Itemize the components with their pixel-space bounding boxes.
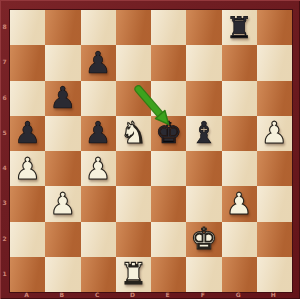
rank-label-4: 4	[0, 150, 9, 185]
square-e7[interactable]	[151, 45, 186, 80]
square-c1[interactable]	[81, 257, 116, 292]
square-f5[interactable]: ♝	[186, 116, 221, 151]
white-pawn-b3[interactable]: ♟	[49, 189, 76, 219]
square-c8[interactable]	[81, 10, 116, 45]
square-b2[interactable]	[45, 222, 80, 257]
square-e6[interactable]	[151, 81, 186, 116]
black-pawn-c5[interactable]: ♟	[85, 118, 112, 148]
square-d2[interactable]	[116, 222, 151, 257]
square-a5[interactable]: ♟	[10, 116, 45, 151]
square-f8[interactable]	[186, 10, 221, 45]
square-h3[interactable]	[257, 186, 292, 221]
white-pawn-a4[interactable]: ♟	[14, 154, 41, 184]
square-g4[interactable]	[222, 151, 257, 186]
square-g2[interactable]	[222, 222, 257, 257]
square-h4[interactable]	[257, 151, 292, 186]
square-c4[interactable]: ♟	[81, 151, 116, 186]
rank-label-3: 3	[0, 185, 9, 220]
white-pawn-c4[interactable]: ♟	[85, 154, 112, 184]
square-f6[interactable]	[186, 81, 221, 116]
square-f2[interactable]: ♚	[186, 222, 221, 257]
rank-label-8: 8	[0, 9, 9, 44]
square-f4[interactable]	[186, 151, 221, 186]
square-f3[interactable]	[186, 186, 221, 221]
square-g1[interactable]	[222, 257, 257, 292]
file-label-b: B	[44, 290, 79, 299]
square-a7[interactable]	[10, 45, 45, 80]
square-g6[interactable]	[222, 81, 257, 116]
square-b7[interactable]	[45, 45, 80, 80]
square-d5[interactable]: ♞	[116, 116, 151, 151]
square-c7[interactable]: ♟	[81, 45, 116, 80]
square-h6[interactable]	[257, 81, 292, 116]
square-e8[interactable]	[151, 10, 186, 45]
square-d1[interactable]: ♜	[116, 257, 151, 292]
square-g3[interactable]: ♟	[222, 186, 257, 221]
square-a2[interactable]	[10, 222, 45, 257]
square-g5[interactable]	[222, 116, 257, 151]
square-h5[interactable]: ♟	[257, 116, 292, 151]
white-knight-d5[interactable]: ♞	[120, 118, 147, 148]
square-b3[interactable]: ♟	[45, 186, 80, 221]
square-d8[interactable]	[116, 10, 151, 45]
black-pawn-b6[interactable]: ♟	[49, 83, 76, 113]
square-c2[interactable]	[81, 222, 116, 257]
file-label-c: C	[80, 290, 115, 299]
square-f7[interactable]	[186, 45, 221, 80]
chess-board-frame: ♜♟♟♟♟♞♚♝♟♟♟♟♟♚♜ 87654321 ABCDEFGH	[0, 0, 300, 299]
white-rook-d1[interactable]: ♜	[120, 259, 147, 289]
square-e4[interactable]	[151, 151, 186, 186]
rank-labels: 87654321	[0, 9, 9, 291]
file-labels: ABCDEFGH	[9, 290, 291, 299]
square-d3[interactable]	[116, 186, 151, 221]
square-c6[interactable]	[81, 81, 116, 116]
white-pawn-h5[interactable]: ♟	[261, 118, 288, 148]
square-d7[interactable]	[116, 45, 151, 80]
square-e2[interactable]	[151, 222, 186, 257]
rank-label-6: 6	[0, 80, 9, 115]
square-e3[interactable]	[151, 186, 186, 221]
rank-label-5: 5	[0, 115, 9, 150]
file-label-a: A	[9, 290, 44, 299]
square-a3[interactable]	[10, 186, 45, 221]
square-b6[interactable]: ♟	[45, 81, 80, 116]
square-h8[interactable]	[257, 10, 292, 45]
square-g8[interactable]: ♜	[222, 10, 257, 45]
square-a8[interactable]	[10, 10, 45, 45]
square-d4[interactable]	[116, 151, 151, 186]
file-label-f: F	[185, 290, 220, 299]
square-d6[interactable]	[116, 81, 151, 116]
white-pawn-g3[interactable]: ♟	[226, 189, 253, 219]
square-g7[interactable]	[222, 45, 257, 80]
file-label-e: E	[150, 290, 185, 299]
black-rook-g8[interactable]: ♜	[226, 13, 253, 43]
square-f1[interactable]	[186, 257, 221, 292]
rank-label-2: 2	[0, 221, 9, 256]
black-pawn-a5[interactable]: ♟	[14, 118, 41, 148]
square-c3[interactable]	[81, 186, 116, 221]
square-a1[interactable]	[10, 257, 45, 292]
square-e1[interactable]	[151, 257, 186, 292]
white-king-f2[interactable]: ♚	[190, 224, 217, 254]
file-label-g: G	[221, 290, 256, 299]
square-h7[interactable]	[257, 45, 292, 80]
file-label-h: H	[256, 290, 291, 299]
square-b1[interactable]	[45, 257, 80, 292]
square-b8[interactable]	[45, 10, 80, 45]
black-pawn-c7[interactable]: ♟	[85, 48, 112, 78]
square-h2[interactable]	[257, 222, 292, 257]
black-bishop-f5[interactable]: ♝	[190, 118, 217, 148]
square-b5[interactable]	[45, 116, 80, 151]
square-b4[interactable]	[45, 151, 80, 186]
square-a4[interactable]: ♟	[10, 151, 45, 186]
chess-board: ♜♟♟♟♟♞♚♝♟♟♟♟♟♚♜	[9, 9, 293, 293]
file-label-d: D	[115, 290, 150, 299]
square-c5[interactable]: ♟	[81, 116, 116, 151]
square-a6[interactable]	[10, 81, 45, 116]
square-e5[interactable]: ♚	[151, 116, 186, 151]
rank-label-1: 1	[0, 256, 9, 291]
square-h1[interactable]	[257, 257, 292, 292]
rank-label-7: 7	[0, 44, 9, 79]
black-king-e5[interactable]: ♚	[155, 118, 182, 148]
